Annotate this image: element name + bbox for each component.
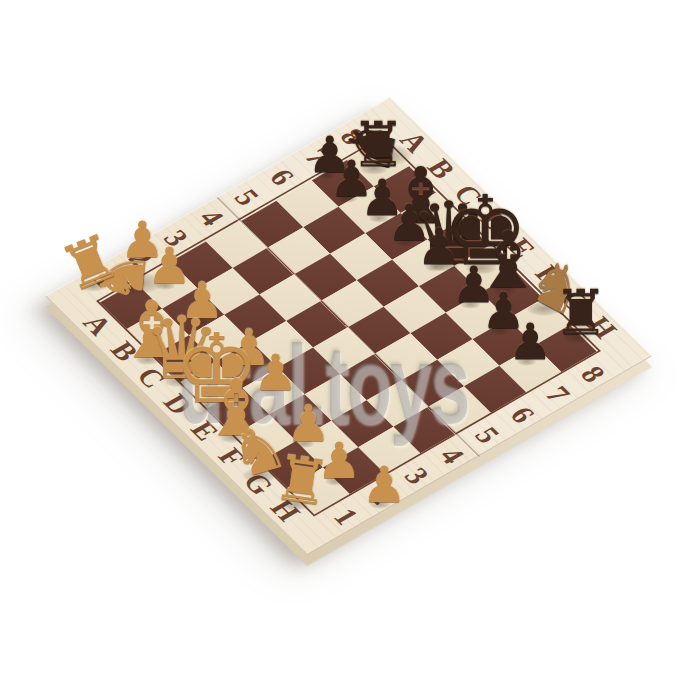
rank-label: 8 — [575, 362, 611, 387]
board-grid — [100, 140, 597, 515]
rank-label: 3 — [399, 464, 435, 489]
rank-label: 6 — [505, 402, 541, 427]
file-label: E — [185, 417, 224, 445]
rank-label: 3 — [158, 226, 194, 251]
rank-label: 8 — [335, 124, 371, 149]
file-label: A — [394, 128, 434, 157]
rank-label: 5 — [229, 185, 265, 210]
rank-label: 2 — [364, 484, 400, 509]
file-label: F — [529, 261, 567, 288]
rank-label: 7 — [299, 144, 335, 169]
rank-label: 4 — [434, 443, 470, 468]
file-label: B — [421, 155, 460, 183]
file-label: H — [581, 313, 622, 343]
product-photo-scene: AABBCCDDEEFFGGHH1122334455667788 ♞♜♟♟♟♝♟… — [0, 0, 700, 700]
rank-label: 2 — [123, 246, 159, 271]
file-label: E — [502, 234, 541, 262]
file-label: C — [448, 181, 488, 210]
rank-label: 4 — [194, 205, 230, 230]
rank-label: 5 — [469, 423, 505, 448]
rank-label: 1 — [88, 266, 124, 291]
rank-label: 7 — [540, 382, 576, 407]
file-label: B — [104, 338, 143, 366]
file-label: F — [212, 444, 250, 471]
rank-label: 6 — [264, 165, 300, 190]
file-label: G — [554, 286, 595, 316]
rank-label: 1 — [328, 504, 364, 529]
chess-board: AABBCCDDEEFFGGHH1122334455667788 — [45, 97, 652, 555]
file-label: D — [474, 207, 514, 236]
